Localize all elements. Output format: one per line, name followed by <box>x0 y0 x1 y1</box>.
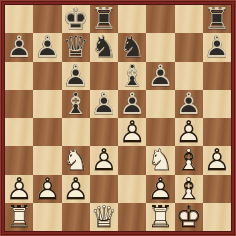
piece-outline-glyph: ♙ <box>118 118 146 146</box>
square-h1[interactable] <box>203 203 231 231</box>
piece-outline-glyph: ♙ <box>146 62 174 90</box>
piece-outline-glyph: ♖ <box>5 203 33 231</box>
square-h3[interactable]: ♟♙ <box>203 146 231 174</box>
white-pawn-piece: ♟♙ <box>90 146 118 174</box>
piece-outline-glyph: ♙ <box>33 175 61 203</box>
black-knight-piece: ♞♘ <box>90 33 118 61</box>
piece-outline-glyph: ♙ <box>90 146 118 174</box>
square-a4[interactable] <box>5 118 33 146</box>
square-b2[interactable]: ♟♙ <box>33 175 61 203</box>
square-h2[interactable] <box>203 175 231 203</box>
piece-outline-glyph: ♙ <box>203 146 231 174</box>
square-g8[interactable] <box>175 5 203 33</box>
piece-outline-glyph: ♔ <box>175 203 203 231</box>
white-queen-piece: ♛♕ <box>90 203 118 231</box>
piece-outline-glyph: ♙ <box>5 33 33 61</box>
piece-outline-glyph: ♕ <box>90 203 118 231</box>
square-d1[interactable]: ♛♕ <box>90 203 118 231</box>
square-b4[interactable] <box>33 118 61 146</box>
square-h5[interactable] <box>203 90 231 118</box>
black-pawn-piece: ♟♙ <box>203 33 231 61</box>
square-g1[interactable]: ♚♔ <box>175 203 203 231</box>
square-h6[interactable] <box>203 62 231 90</box>
white-pawn-piece: ♟♙ <box>62 175 90 203</box>
square-b5[interactable] <box>33 90 61 118</box>
piece-outline-glyph: ♙ <box>62 175 90 203</box>
square-d3[interactable]: ♟♙ <box>90 146 118 174</box>
piece-outline-glyph: ♗ <box>62 90 90 118</box>
square-e3[interactable] <box>118 146 146 174</box>
square-g7[interactable] <box>175 33 203 61</box>
white-pawn-piece: ♟♙ <box>203 146 231 174</box>
white-king-piece: ♚♔ <box>175 203 203 231</box>
square-d5[interactable]: ♟♙ <box>90 90 118 118</box>
square-e2[interactable] <box>118 175 146 203</box>
square-a7[interactable]: ♟♙ <box>5 33 33 61</box>
chess-board-frame: ♚♔♜♖♜♖♟♙♟♙♛♕♞♘♞♘♟♙♟♙♝♗♟♙♝♗♟♙♟♙♟♙♟♙♟♙♞♘♟♙… <box>0 0 236 236</box>
square-a1[interactable]: ♜♖ <box>5 203 33 231</box>
square-b1[interactable] <box>33 203 61 231</box>
square-e1[interactable] <box>118 203 146 231</box>
black-pawn-piece: ♟♙ <box>90 90 118 118</box>
square-b6[interactable] <box>33 62 61 90</box>
piece-outline-glyph: ♘ <box>90 33 118 61</box>
square-f1[interactable]: ♜♖ <box>146 203 174 231</box>
piece-outline-glyph: ♙ <box>90 90 118 118</box>
piece-outline-glyph: ♙ <box>203 33 231 61</box>
white-pawn-piece: ♟♙ <box>118 118 146 146</box>
square-h7[interactable]: ♟♙ <box>203 33 231 61</box>
black-pawn-piece: ♟♙ <box>33 33 61 61</box>
white-rook-piece: ♜♖ <box>146 203 174 231</box>
square-c1[interactable] <box>62 203 90 231</box>
square-c2[interactable]: ♟♙ <box>62 175 90 203</box>
black-pawn-piece: ♟♙ <box>5 33 33 61</box>
black-bishop-piece: ♝♗ <box>62 90 90 118</box>
white-pawn-piece: ♟♙ <box>33 175 61 203</box>
square-f5[interactable] <box>146 90 174 118</box>
square-d7[interactable]: ♞♘ <box>90 33 118 61</box>
piece-outline-glyph: ♙ <box>33 33 61 61</box>
black-pawn-piece: ♟♙ <box>146 62 174 90</box>
square-c5[interactable]: ♝♗ <box>62 90 90 118</box>
square-f8[interactable] <box>146 5 174 33</box>
square-a5[interactable] <box>5 90 33 118</box>
square-b7[interactable]: ♟♙ <box>33 33 61 61</box>
square-e4[interactable]: ♟♙ <box>118 118 146 146</box>
square-f6[interactable]: ♟♙ <box>146 62 174 90</box>
white-rook-piece: ♜♖ <box>5 203 33 231</box>
square-a6[interactable] <box>5 62 33 90</box>
chess-board: ♚♔♜♖♜♖♟♙♟♙♛♕♞♘♞♘♟♙♟♙♝♗♟♙♝♗♟♙♟♙♟♙♟♙♟♙♞♘♟♙… <box>5 5 231 231</box>
piece-outline-glyph: ♖ <box>146 203 174 231</box>
